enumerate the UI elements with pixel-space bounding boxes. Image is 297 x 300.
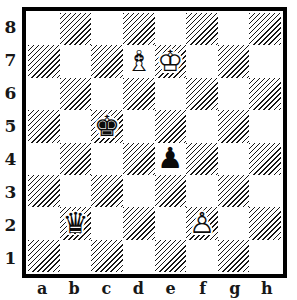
file-label-h: h [251, 277, 283, 299]
square-d6[interactable] [123, 78, 155, 110]
piece-face-glyph: ♟ [157, 144, 183, 173]
square-a8[interactable] [28, 13, 60, 45]
rank-label-7: 7 [0, 44, 21, 77]
rank-labels: 87654321 [0, 11, 21, 274]
piece-face-glyph: ♛ [62, 209, 88, 238]
square-d3[interactable] [123, 175, 155, 207]
square-f4[interactable] [186, 143, 218, 175]
square-h5[interactable] [249, 110, 281, 142]
square-h1[interactable] [249, 240, 281, 272]
square-g1[interactable] [218, 240, 250, 272]
file-label-e: e [155, 277, 187, 299]
square-c4[interactable] [91, 143, 123, 175]
square-g8[interactable] [218, 13, 250, 45]
rank-label-1: 1 [0, 241, 21, 274]
square-f7[interactable] [186, 45, 218, 77]
file-label-b: b [58, 277, 90, 299]
square-h2[interactable] [249, 207, 281, 239]
square-e4[interactable]: ♟♟ [155, 143, 187, 175]
file-labels: abcdefgh [26, 277, 283, 299]
square-c1[interactable] [91, 240, 123, 272]
piece-face-glyph: ♔ [157, 47, 183, 76]
square-b8[interactable] [60, 13, 92, 45]
square-a3[interactable] [28, 175, 60, 207]
square-b3[interactable] [60, 175, 92, 207]
square-a7[interactable] [28, 45, 60, 77]
square-h3[interactable] [249, 175, 281, 207]
chess-board: ♝♗♚♔♚♚♟♟♛♛♟♙ [22, 7, 287, 278]
square-f3[interactable] [186, 175, 218, 207]
square-b6[interactable] [60, 78, 92, 110]
square-e5[interactable] [155, 110, 187, 142]
square-d5[interactable] [123, 110, 155, 142]
piece-face-glyph: ♙ [189, 209, 215, 238]
square-g4[interactable] [218, 143, 250, 175]
square-h4[interactable] [249, 143, 281, 175]
square-c7[interactable] [91, 45, 123, 77]
rank-label-3: 3 [0, 175, 21, 208]
square-h8[interactable] [249, 13, 281, 45]
square-a5[interactable] [28, 110, 60, 142]
square-h6[interactable] [249, 78, 281, 110]
square-f5[interactable] [186, 110, 218, 142]
square-c6[interactable] [91, 78, 123, 110]
square-e1[interactable] [155, 240, 187, 272]
square-e8[interactable] [155, 13, 187, 45]
square-f8[interactable] [186, 13, 218, 45]
square-f6[interactable] [186, 78, 218, 110]
square-b5[interactable] [60, 110, 92, 142]
square-b2[interactable]: ♛♛ [60, 207, 92, 239]
piece-face-glyph: ♗ [126, 47, 152, 76]
file-label-a: a [26, 277, 58, 299]
square-e7[interactable]: ♚♔ [155, 45, 187, 77]
square-b4[interactable] [60, 143, 92, 175]
square-g2[interactable] [218, 207, 250, 239]
piece-white-king-e7[interactable]: ♚♔ [155, 45, 187, 77]
square-e3[interactable] [155, 175, 187, 207]
square-g6[interactable] [218, 78, 250, 110]
file-label-c: c [90, 277, 122, 299]
rank-label-8: 8 [0, 11, 21, 44]
piece-black-pawn-e4[interactable]: ♟♟ [155, 143, 187, 175]
square-b7[interactable] [60, 45, 92, 77]
square-d1[interactable] [123, 240, 155, 272]
square-b1[interactable] [60, 240, 92, 272]
chess-diagram-page: 87654321 ♝♗♚♔♚♚♟♟♛♛♟♙ abcdefgh [0, 0, 297, 300]
square-d7[interactable]: ♝♗ [123, 45, 155, 77]
piece-black-king-c5[interactable]: ♚♚ [91, 110, 123, 142]
piece-face-glyph: ♚ [94, 112, 120, 141]
square-d8[interactable] [123, 13, 155, 45]
file-label-g: g [219, 277, 251, 299]
square-h7[interactable] [249, 45, 281, 77]
file-label-d: d [122, 277, 154, 299]
square-g3[interactable] [218, 175, 250, 207]
square-c8[interactable] [91, 13, 123, 45]
rank-label-5: 5 [0, 110, 21, 143]
square-a6[interactable] [28, 78, 60, 110]
square-e6[interactable] [155, 78, 187, 110]
square-g5[interactable] [218, 110, 250, 142]
piece-white-pawn-f2[interactable]: ♟♙ [186, 207, 218, 239]
rank-label-4: 4 [0, 143, 21, 176]
square-g7[interactable] [218, 45, 250, 77]
square-d4[interactable] [123, 143, 155, 175]
square-f1[interactable] [186, 240, 218, 272]
square-a4[interactable] [28, 143, 60, 175]
rank-label-2: 2 [0, 208, 21, 241]
square-c3[interactable] [91, 175, 123, 207]
square-a1[interactable] [28, 240, 60, 272]
square-f2[interactable]: ♟♙ [186, 207, 218, 239]
file-label-f: f [187, 277, 219, 299]
square-a2[interactable] [28, 207, 60, 239]
piece-black-queen-b2[interactable]: ♛♛ [60, 207, 92, 239]
square-e2[interactable] [155, 207, 187, 239]
square-c5[interactable]: ♚♚ [91, 110, 123, 142]
square-c2[interactable] [91, 207, 123, 239]
piece-white-bishop-d7[interactable]: ♝♗ [123, 45, 155, 77]
square-d2[interactable] [123, 207, 155, 239]
rank-label-6: 6 [0, 77, 21, 110]
